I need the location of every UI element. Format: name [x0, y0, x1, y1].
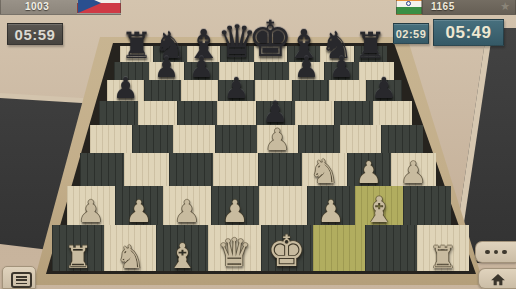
square-d6[interactable]: ♟	[218, 80, 255, 101]
square-d4[interactable]	[215, 125, 257, 153]
square-d1[interactable]: ♛	[208, 225, 260, 271]
white-pawn[interactable]: ♟	[400, 158, 427, 188]
square-h6[interactable]: ♟	[366, 80, 403, 101]
square-e4[interactable]: ♟	[257, 125, 299, 153]
square-a5[interactable]	[99, 101, 138, 125]
white-rook[interactable]: ♜	[64, 242, 92, 273]
white-pawn[interactable]: ♟	[317, 197, 344, 228]
white-knight[interactable]: ♞	[309, 155, 339, 188]
home-button[interactable]	[478, 268, 516, 289]
square-c5[interactable]	[177, 101, 216, 125]
home-icon	[490, 272, 506, 287]
square-a2[interactable]: ♟	[67, 186, 115, 225]
move-list-button[interactable]	[2, 266, 36, 289]
square-h8[interactable]: ♜	[354, 46, 387, 62]
player-panel-black[interactable]: 1165 ★	[422, 0, 516, 15]
white-queen[interactable]: ♛	[217, 234, 252, 273]
square-d2[interactable]: ♟	[211, 186, 259, 225]
square-c2[interactable]: ♟	[163, 186, 211, 225]
square-b3[interactable]	[124, 153, 169, 186]
square-f6[interactable]	[292, 80, 329, 101]
square-b6[interactable]	[144, 80, 181, 101]
white-bishop[interactable]: ♝	[167, 239, 198, 273]
black-pawn[interactable]: ♟	[223, 74, 249, 103]
black-pawn[interactable]: ♟	[294, 54, 319, 82]
white-pawn[interactable]: ♟	[221, 197, 248, 228]
square-b5[interactable]	[138, 101, 177, 125]
square-c6[interactable]	[181, 80, 218, 101]
square-h2[interactable]	[403, 186, 451, 225]
square-f1[interactable]	[313, 225, 365, 271]
square-e7[interactable]	[254, 62, 289, 80]
rank-1: ♜♞♝♛♚♜	[52, 225, 469, 271]
square-b4[interactable]	[132, 125, 174, 153]
square-c4[interactable]	[173, 125, 215, 153]
white-knight[interactable]: ♞	[116, 241, 145, 273]
square-d3[interactable]	[213, 153, 258, 186]
square-g1[interactable]	[365, 225, 417, 271]
square-g4[interactable]	[340, 125, 382, 153]
square-f5[interactable]	[295, 101, 334, 125]
black-rook[interactable]: ♜	[121, 28, 153, 64]
more-options-button[interactable]	[475, 241, 516, 263]
square-g7[interactable]: ♟	[324, 62, 359, 80]
black-pawn[interactable]: ♟	[329, 54, 354, 82]
square-c1[interactable]: ♝	[156, 225, 208, 271]
white-rating: 1003	[25, 1, 49, 12]
square-g2[interactable]: ♝	[355, 186, 403, 225]
square-h1[interactable]: ♜	[417, 225, 469, 271]
rank-4: ♟	[90, 125, 423, 153]
chess-app-screen: ♜♞♝♛♚♝♞♜♟♟♟♟♟♟♟♟♟♞♟♟♟♟♟♟♟♝♜♞♝♛♚♜ 1003 05…	[0, 0, 516, 289]
square-a3[interactable]	[80, 153, 125, 186]
move-list-icon	[11, 272, 32, 288]
white-pawn[interactable]: ♟	[355, 158, 382, 188]
white-bishop[interactable]: ♝	[363, 192, 395, 227]
black-pawn[interactable]: ♟	[371, 74, 397, 103]
square-b2[interactable]: ♟	[115, 186, 163, 225]
czech-flag-icon	[77, 0, 121, 14]
square-g5[interactable]	[334, 101, 373, 125]
square-d5[interactable]	[217, 101, 256, 125]
rank-3: ♞♟♟	[80, 153, 436, 186]
white-pawn[interactable]: ♟	[125, 197, 152, 228]
black-rook[interactable]: ♜	[354, 28, 386, 64]
india-flag-icon	[396, 0, 422, 15]
black-main-clock: 05:49	[433, 19, 504, 46]
rank-7: ♟♟♟♟	[114, 62, 394, 80]
white-king[interactable]: ♚	[267, 230, 306, 273]
square-a4[interactable]	[90, 125, 132, 153]
favorite-star-icon: ★	[500, 1, 510, 12]
square-b7[interactable]: ♟	[149, 62, 184, 80]
square-a1[interactable]: ♜	[52, 225, 104, 271]
black-move-clock: 02:59	[393, 23, 429, 44]
square-e3[interactable]	[258, 153, 303, 186]
white-pawn[interactable]: ♟	[173, 197, 200, 228]
black-pawn[interactable]: ♟	[189, 54, 214, 82]
square-g6[interactable]	[329, 80, 366, 101]
square-f3[interactable]: ♞	[302, 153, 347, 186]
square-e8[interactable]: ♚	[254, 46, 287, 62]
square-f4[interactable]	[298, 125, 340, 153]
white-rook[interactable]: ♜	[429, 242, 457, 273]
rank-2: ♟♟♟♟♟♝	[67, 186, 451, 225]
rank-6: ♟♟♟	[107, 80, 402, 101]
rank-5: ♟	[99, 101, 412, 125]
black-pawn[interactable]: ♟	[154, 54, 179, 82]
square-c7[interactable]: ♟	[184, 62, 219, 80]
white-main-clock: 05:59	[7, 23, 63, 45]
square-c3[interactable]	[169, 153, 214, 186]
square-f7[interactable]: ♟	[289, 62, 324, 80]
black-rating: 1165	[431, 1, 455, 12]
square-b1[interactable]: ♞	[104, 225, 156, 271]
square-g3[interactable]: ♟	[347, 153, 392, 186]
ellipsis-icon	[485, 250, 490, 255]
white-pawn[interactable]: ♟	[264, 125, 291, 155]
black-pawn[interactable]: ♟	[113, 74, 139, 103]
square-a6[interactable]: ♟	[107, 80, 144, 101]
square-h3[interactable]: ♟	[391, 153, 436, 186]
square-e1[interactable]: ♚	[261, 225, 313, 271]
square-h5[interactable]	[373, 101, 412, 125]
square-h4[interactable]	[381, 125, 423, 153]
square-f2[interactable]: ♟	[307, 186, 355, 225]
white-pawn[interactable]: ♟	[77, 197, 104, 228]
square-e2[interactable]	[259, 186, 307, 225]
square-a8[interactable]: ♜	[120, 46, 153, 62]
